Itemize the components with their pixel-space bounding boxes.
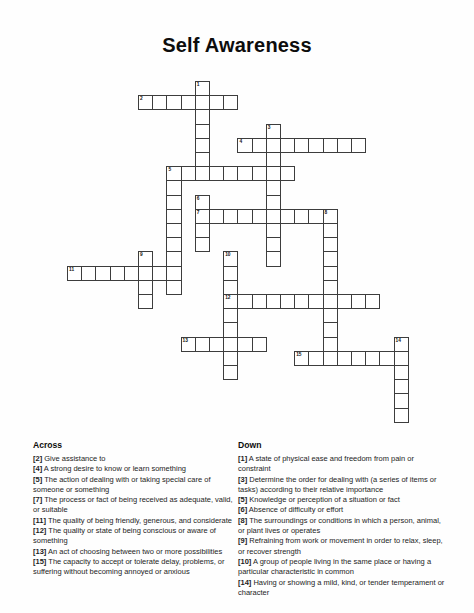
grid-cell[interactable]	[223, 365, 238, 380]
grid-cell[interactable]: 15	[294, 351, 309, 366]
clue-number: [6]	[238, 505, 247, 514]
grid-cell[interactable]	[252, 209, 267, 224]
cell-number: 13	[183, 338, 188, 344]
clue-number: [10]	[238, 557, 251, 566]
grid-cell[interactable]	[379, 351, 394, 366]
cell-number: 2	[140, 96, 143, 102]
grid-cell[interactable]	[365, 294, 380, 309]
grid-cell[interactable]	[223, 322, 238, 337]
grid-cell[interactable]: 14	[394, 337, 409, 352]
grid-cell[interactable]	[195, 95, 210, 110]
grid-cell[interactable]	[365, 351, 380, 366]
grid-cell[interactable]	[195, 109, 210, 124]
grid-cell[interactable]	[195, 138, 210, 153]
clue-number: [3]	[238, 475, 247, 484]
clue-down-8: [8] The surroundings or conditions in wh…	[238, 516, 446, 537]
grid-cell[interactable]	[323, 280, 338, 295]
grid-cell[interactable]	[237, 294, 252, 309]
clue-text: A state of physical ease and freedom fro…	[238, 454, 414, 473]
grid-cell[interactable]	[323, 138, 338, 153]
clue-down-9: [9] Refraining from work or movement in …	[238, 536, 446, 557]
grid-cell[interactable]	[266, 223, 281, 238]
clue-number: [9]	[238, 536, 247, 545]
grid-cell[interactable]	[394, 351, 409, 366]
clue-text: The quality of being friendly, generous,…	[48, 516, 232, 525]
clue-number: [11]	[33, 516, 46, 525]
cell-number: 11	[69, 267, 74, 273]
grid-cell[interactable]	[323, 294, 338, 309]
grid-cell[interactable]	[166, 251, 181, 266]
grid-cell[interactable]	[323, 237, 338, 252]
grid-cell[interactable]	[195, 223, 210, 238]
grid-cell[interactable]	[223, 166, 238, 181]
clue-down-3: [3] Determine the order for dealing with…	[238, 475, 446, 496]
clue-number: [5]	[238, 495, 247, 504]
grid-cell[interactable]	[252, 294, 267, 309]
clue-text: Absence of difficulty or effort	[249, 505, 343, 514]
grid-cell[interactable]: 11	[67, 266, 82, 281]
clue-down-10: [10] A group of people living in the sam…	[238, 557, 446, 578]
clue-text: The surroundings or conditions in which …	[238, 516, 441, 535]
clue-across-15: [15] The capacity to accept or tolerate …	[33, 557, 238, 578]
grid-cell[interactable]	[223, 266, 238, 281]
grid-cell[interactable]	[181, 95, 196, 110]
clue-across-11: [11] The quality of being friendly, gene…	[33, 516, 238, 526]
clue-across-7: [7] The process or fact of being receive…	[33, 495, 238, 516]
clue-across-13: [13] An act of choosing between two or m…	[33, 547, 238, 557]
clue-text: Determine the order for dealing with (a …	[238, 475, 436, 494]
grid-cell[interactable]	[237, 166, 252, 181]
grid-cell[interactable]	[166, 266, 181, 281]
clue-number: [5]	[33, 475, 42, 484]
grid-cell[interactable]	[237, 337, 252, 352]
clue-text: Knowledge or perception of a situation o…	[249, 495, 400, 504]
grid-cell[interactable]	[266, 237, 281, 252]
grid-cell[interactable]	[195, 124, 210, 139]
puzzle-title: Self Awareness	[0, 34, 474, 57]
grid-cell[interactable]	[223, 337, 238, 352]
clue-across-4: [4] A strong desire to know or learn som…	[33, 464, 238, 474]
clue-across-2: [2] Give assistance to	[33, 454, 238, 464]
grid-cell[interactable]	[351, 294, 366, 309]
clue-text: An act of choosing between two or more p…	[48, 547, 222, 556]
grid-cell[interactable]	[308, 351, 323, 366]
grid-cell[interactable]	[323, 308, 338, 323]
across-clues-list: Across [2] Give assistance to [4] A stro…	[33, 440, 238, 578]
clue-number: [4]	[33, 464, 42, 473]
grid-cell[interactable]	[252, 337, 267, 352]
grid-cell[interactable]	[323, 322, 338, 337]
grid-cell[interactable]	[394, 379, 409, 394]
grid-cell[interactable]	[280, 294, 295, 309]
cell-number: 4	[239, 139, 242, 145]
grid-cell[interactable]	[195, 152, 210, 167]
grid-cell[interactable]	[323, 251, 338, 266]
grid-cell[interactable]	[223, 280, 238, 295]
grid-cell[interactable]	[166, 280, 181, 295]
grid-cell[interactable]	[323, 223, 338, 238]
grid-cell[interactable]	[195, 237, 210, 252]
grid-cell[interactable]	[166, 95, 181, 110]
grid-cell[interactable]	[152, 266, 167, 281]
clue-number: [14]	[238, 578, 251, 587]
clue-number: [13]	[33, 547, 46, 556]
grid-cell[interactable]	[166, 180, 181, 195]
grid-cell[interactable]	[266, 251, 281, 266]
clue-number: [1]	[238, 454, 247, 463]
cell-number: 1	[197, 82, 200, 88]
grid-cell[interactable]	[308, 294, 323, 309]
grid-cell[interactable]	[209, 337, 224, 352]
clue-down-14: [14] Having or showing a mild, kind, or …	[238, 578, 446, 599]
grid-cell[interactable]	[209, 95, 224, 110]
grid-cell[interactable]	[166, 223, 181, 238]
grid-cell[interactable]	[138, 280, 153, 295]
grid-cell[interactable]	[308, 138, 323, 153]
grid-cell[interactable]	[166, 237, 181, 252]
grid-cell[interactable]	[237, 209, 252, 224]
grid-cell[interactable]: 12	[223, 294, 238, 309]
grid-cell[interactable]	[323, 266, 338, 281]
grid-cell[interactable]	[337, 138, 352, 153]
grid-cell[interactable]: 7	[195, 209, 210, 224]
grid-cell[interactable]	[337, 294, 352, 309]
grid-cell[interactable]	[223, 209, 238, 224]
clue-text: Having or showing a mild, kind, or tende…	[238, 578, 444, 597]
grid-cell[interactable]: 2	[138, 95, 153, 110]
grid-cell[interactable]	[351, 351, 366, 366]
grid-cell[interactable]	[266, 152, 281, 167]
grid-cell[interactable]	[110, 266, 125, 281]
grid-cell[interactable]	[223, 308, 238, 323]
grid-cell[interactable]	[280, 209, 295, 224]
clue-text: The quality or state of being conscious …	[33, 526, 216, 545]
grid-cell[interactable]	[223, 95, 238, 110]
grid-cell[interactable]	[166, 195, 181, 210]
clue-number: [2]	[33, 454, 42, 463]
cell-number: 12	[225, 295, 230, 301]
grid-cell[interactable]	[95, 266, 110, 281]
cell-number: 8	[325, 210, 328, 216]
grid-cell[interactable]	[266, 180, 281, 195]
crossword-grid: 123456789101211131415	[67, 81, 408, 422]
grid-cell[interactable]	[166, 209, 181, 224]
grid-cell[interactable]	[280, 138, 295, 153]
grid-cell[interactable]	[209, 209, 224, 224]
down-clues-list: Down [1] A state of physical ease and fr…	[238, 440, 446, 598]
grid-cell[interactable]	[138, 266, 153, 281]
grid-cell[interactable]	[138, 294, 153, 309]
grid-cell[interactable]	[223, 351, 238, 366]
grid-cell[interactable]: 8	[323, 209, 338, 224]
grid-cell[interactable]: 3	[266, 124, 281, 139]
grid-cell[interactable]	[294, 138, 309, 153]
clue-text: The action of dealing with or taking spe…	[33, 475, 210, 494]
clue-number: [7]	[33, 495, 42, 504]
cell-number: 10	[225, 252, 230, 258]
grid-cell[interactable]	[308, 209, 323, 224]
grid-cell[interactable]	[394, 393, 409, 408]
grid-cell[interactable]	[280, 166, 295, 181]
grid-cell[interactable]	[266, 166, 281, 181]
grid-cell[interactable]	[195, 337, 210, 352]
cell-number: 7	[197, 210, 200, 216]
grid-cell[interactable]	[124, 266, 139, 281]
across-header: Across	[33, 440, 238, 450]
clue-across-12: [12] The quality or state of being consc…	[33, 526, 238, 547]
grid-cell[interactable]	[252, 138, 267, 153]
grid-cell[interactable]: 9	[138, 251, 153, 266]
grid-cell[interactable]	[266, 138, 281, 153]
grid-cell[interactable]: 4	[237, 138, 252, 153]
cell-number: 3	[268, 125, 271, 131]
grid-cell[interactable]	[181, 166, 196, 181]
clue-down-6: [6] Absence of difficulty or effort	[238, 505, 446, 515]
clue-number: [15]	[33, 557, 46, 566]
grid-cell[interactable]	[323, 351, 338, 366]
clue-across-5: [5] The action of dealing with or taking…	[33, 475, 238, 496]
grid-cell[interactable]	[351, 138, 366, 153]
grid-cell[interactable]	[394, 408, 409, 423]
crossword-page: Self Awareness 123456789101211131415 Acr…	[0, 0, 474, 613]
cell-number: 14	[396, 338, 401, 344]
cell-number: 5	[168, 167, 171, 173]
cell-number: 15	[296, 352, 301, 358]
grid-cell[interactable]	[323, 337, 338, 352]
grid-cell[interactable]: 5	[166, 166, 181, 181]
clue-text: A strong desire to know or learn somethi…	[44, 464, 186, 473]
grid-cell[interactable]	[266, 209, 281, 224]
clue-down-1: [1] A state of physical ease and freedom…	[238, 454, 446, 475]
clue-text: A group of people living in the same pla…	[238, 557, 431, 576]
clue-text: The process or fact of being received as…	[33, 495, 233, 514]
grid-cell[interactable]	[209, 166, 224, 181]
cell-number: 6	[197, 196, 200, 202]
grid-cell[interactable]	[81, 266, 96, 281]
grid-cell[interactable]	[337, 351, 352, 366]
grid-cell[interactable]	[152, 95, 167, 110]
grid-cell[interactable]: 1	[195, 81, 210, 96]
clue-text: Give assistance to	[44, 454, 105, 463]
grid-cell[interactable]	[266, 195, 281, 210]
grid-cell[interactable]: 10	[223, 251, 238, 266]
clue-number: [8]	[238, 516, 247, 525]
grid-cell[interactable]	[252, 166, 267, 181]
grid-cell[interactable]	[195, 166, 210, 181]
down-header: Down	[238, 440, 446, 450]
grid-cell[interactable]	[394, 365, 409, 380]
grid-cell[interactable]	[266, 294, 281, 309]
grid-cell[interactable]: 6	[195, 195, 210, 210]
clue-number: [12]	[33, 526, 46, 535]
grid-cell[interactable]	[294, 209, 309, 224]
grid-cell[interactable]	[294, 294, 309, 309]
clue-down-5: [5] Knowledge or perception of a situati…	[238, 495, 446, 505]
clue-text: The capacity to accept or tolerate delay…	[33, 557, 225, 576]
clue-text: Refraining from work or movement in orde…	[238, 536, 443, 555]
cell-number: 9	[140, 252, 143, 258]
grid-cell[interactable]: 13	[181, 337, 196, 352]
